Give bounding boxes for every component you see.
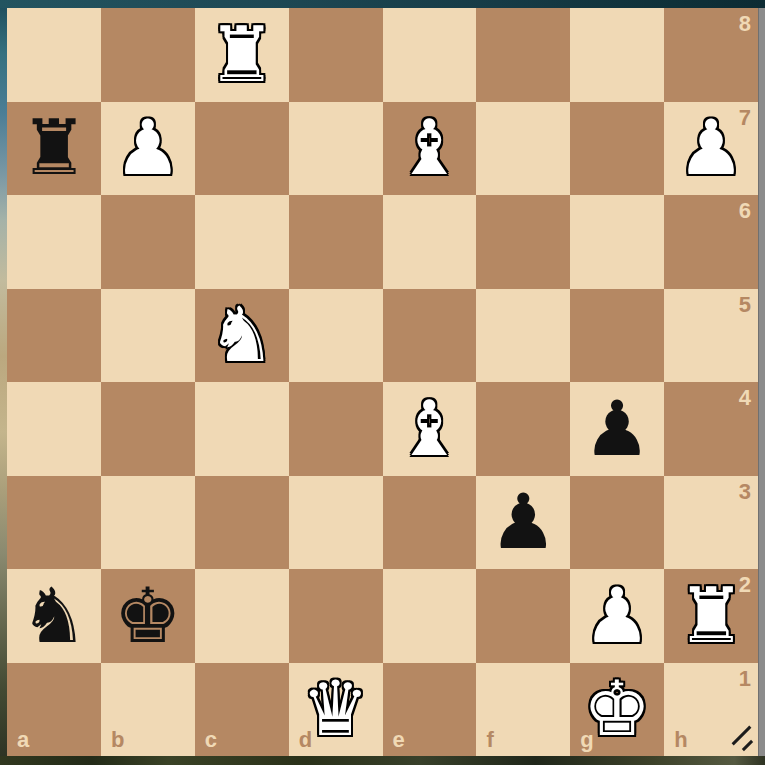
square-c4[interactable]	[195, 382, 289, 476]
square-b5[interactable]	[101, 289, 195, 383]
file-label-a: a	[17, 727, 29, 753]
square-f1[interactable]: f	[476, 663, 570, 757]
square-d2[interactable]	[289, 569, 383, 663]
square-d3[interactable]	[289, 476, 383, 570]
square-c6[interactable]	[195, 195, 289, 289]
piece-black-rook-a7[interactable]: ♜	[7, 102, 101, 196]
square-c5[interactable]: ♞	[195, 289, 289, 383]
rank-label-8: 8	[739, 11, 751, 37]
piece-white-pawn-b7[interactable]: ♟	[101, 102, 195, 196]
window-edge-strip	[758, 8, 765, 756]
file-label-e: e	[393, 727, 405, 753]
square-a3[interactable]	[7, 476, 101, 570]
desktop-background: ♜8♜♟♝♟76♞5♝♟4♟3♞♚♟♜2abc♛def♚g1h	[0, 0, 765, 765]
file-label-f: f	[486, 727, 493, 753]
square-c7[interactable]	[195, 102, 289, 196]
square-e4[interactable]: ♝	[383, 382, 477, 476]
square-c2[interactable]	[195, 569, 289, 663]
square-g8[interactable]	[570, 8, 664, 102]
square-g2[interactable]: ♟	[570, 569, 664, 663]
piece-white-pawn-g2[interactable]: ♟	[570, 569, 664, 663]
square-h3[interactable]: 3	[664, 476, 758, 570]
square-e8[interactable]	[383, 8, 477, 102]
square-g1[interactable]: ♚g	[570, 663, 664, 757]
square-f3[interactable]: ♟	[476, 476, 570, 570]
rank-label-6: 6	[739, 198, 751, 224]
square-e5[interactable]	[383, 289, 477, 383]
square-g3[interactable]	[570, 476, 664, 570]
piece-white-bishop-e7[interactable]: ♝	[383, 102, 477, 196]
square-d6[interactable]	[289, 195, 383, 289]
square-e2[interactable]	[383, 569, 477, 663]
square-f8[interactable]	[476, 8, 570, 102]
square-f6[interactable]	[476, 195, 570, 289]
square-b3[interactable]	[101, 476, 195, 570]
square-b4[interactable]	[101, 382, 195, 476]
rank-label-5: 5	[739, 292, 751, 318]
square-h2[interactable]: ♜2	[664, 569, 758, 663]
chess-board[interactable]: ♜8♜♟♝♟76♞5♝♟4♟3♞♚♟♜2abc♛def♚g1h	[7, 8, 758, 756]
rank-label-4: 4	[739, 385, 751, 411]
square-d8[interactable]	[289, 8, 383, 102]
square-d5[interactable]	[289, 289, 383, 383]
square-a1[interactable]: a	[7, 663, 101, 757]
square-e6[interactable]	[383, 195, 477, 289]
wallpaper-bottom-strip	[0, 756, 765, 765]
resize-handle-line	[742, 740, 753, 751]
square-f2[interactable]	[476, 569, 570, 663]
square-f5[interactable]	[476, 289, 570, 383]
piece-white-knight-c5[interactable]: ♞	[195, 289, 289, 383]
square-g5[interactable]	[570, 289, 664, 383]
square-h6[interactable]: 6	[664, 195, 758, 289]
file-label-b: b	[111, 727, 124, 753]
piece-white-bishop-e4[interactable]: ♝	[383, 382, 477, 476]
square-g6[interactable]	[570, 195, 664, 289]
square-e7[interactable]: ♝	[383, 102, 477, 196]
square-h8[interactable]: 8	[664, 8, 758, 102]
square-e3[interactable]	[383, 476, 477, 570]
square-a5[interactable]	[7, 289, 101, 383]
piece-white-rook-c8[interactable]: ♜	[195, 8, 289, 102]
square-b6[interactable]	[101, 195, 195, 289]
square-b2[interactable]: ♚	[101, 569, 195, 663]
file-label-c: c	[205, 727, 217, 753]
square-b1[interactable]: b	[101, 663, 195, 757]
piece-black-pawn-g4[interactable]: ♟	[570, 382, 664, 476]
square-a4[interactable]	[7, 382, 101, 476]
square-g4[interactable]: ♟	[570, 382, 664, 476]
piece-black-king-b2[interactable]: ♚	[101, 569, 195, 663]
square-h4[interactable]: 4	[664, 382, 758, 476]
piece-white-rook-h2[interactable]: ♜	[664, 569, 758, 663]
rank-label-1: 1	[739, 666, 751, 692]
square-d1[interactable]: ♛d	[289, 663, 383, 757]
square-a7[interactable]: ♜	[7, 102, 101, 196]
square-h5[interactable]: 5	[664, 289, 758, 383]
square-f7[interactable]	[476, 102, 570, 196]
square-h7[interactable]: ♟7	[664, 102, 758, 196]
square-f4[interactable]	[476, 382, 570, 476]
square-e1[interactable]: e	[383, 663, 477, 757]
piece-white-queen-d1[interactable]: ♛	[289, 663, 383, 757]
square-c8[interactable]: ♜	[195, 8, 289, 102]
piece-white-pawn-h7[interactable]: ♟	[664, 102, 758, 196]
piece-black-knight-a2[interactable]: ♞	[7, 569, 101, 663]
square-b8[interactable]	[101, 8, 195, 102]
piece-black-pawn-f3[interactable]: ♟	[476, 476, 570, 570]
square-c1[interactable]: c	[195, 663, 289, 757]
wallpaper-left-strip	[0, 8, 7, 765]
piece-white-king-g1[interactable]: ♚	[570, 663, 664, 757]
square-a2[interactable]: ♞	[7, 569, 101, 663]
square-c3[interactable]	[195, 476, 289, 570]
square-a6[interactable]	[7, 195, 101, 289]
square-b7[interactable]: ♟	[101, 102, 195, 196]
square-d4[interactable]	[289, 382, 383, 476]
wallpaper-top-strip	[0, 0, 765, 8]
square-a8[interactable]	[7, 8, 101, 102]
resize-handle-icon[interactable]	[729, 722, 759, 752]
square-d7[interactable]	[289, 102, 383, 196]
square-g7[interactable]	[570, 102, 664, 196]
rank-label-3: 3	[739, 479, 751, 505]
file-label-h: h	[674, 727, 687, 753]
